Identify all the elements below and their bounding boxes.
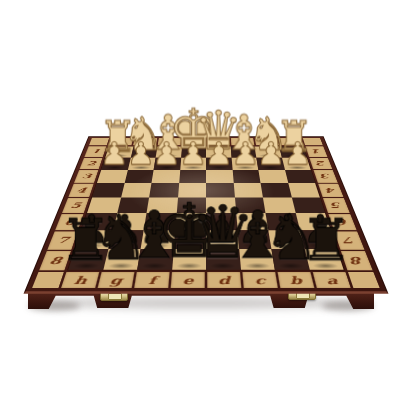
square-e3	[179, 170, 206, 183]
corner-plate	[348, 272, 380, 288]
square-f3	[151, 170, 179, 183]
file-label-h: h	[61, 272, 99, 288]
rank-label-2: 2	[309, 158, 332, 170]
rank-label-2: 2	[80, 158, 103, 170]
square-g4	[121, 183, 152, 197]
square-a3	[285, 170, 316, 183]
piece-black-rook: ♜	[300, 211, 352, 269]
square-d2: ♟	[206, 158, 232, 170]
square-a4	[288, 183, 320, 197]
file-label-g: g	[98, 272, 135, 288]
chessboard: hgfedcba hgfedcba 12345678 12345678 ♜♞♝♚…	[23, 136, 388, 293]
file-label-c: c	[242, 272, 277, 288]
board-perspective-wrapper: hgfedcba hgfedcba 12345678 12345678 ♜♞♝♚…	[63, 48, 349, 348]
file-label-d: d	[207, 272, 241, 288]
file-labels-near: hgfedcba	[61, 272, 351, 288]
square-e2: ♟	[180, 158, 206, 170]
square-c2: ♟	[231, 158, 258, 170]
square-b2: ♟	[256, 158, 284, 170]
rank-label-3: 3	[74, 170, 98, 183]
square-g2: ♟	[127, 158, 155, 170]
file-label-b: b	[278, 272, 315, 288]
square-c3	[232, 170, 260, 183]
square-d3	[206, 170, 233, 183]
square-a2: ♟	[282, 158, 311, 170]
rank-label-4: 4	[318, 183, 344, 197]
corner-plate	[32, 272, 64, 288]
file-label-a: a	[313, 272, 351, 288]
square-h4	[92, 183, 124, 197]
square-b3	[258, 170, 287, 183]
rank-label-3: 3	[314, 170, 338, 183]
product-photo-stage: hgfedcba hgfedcba 12345678 12345678 ♜♞♝♚…	[0, 0, 400, 400]
square-b4	[261, 183, 292, 197]
rank-label-4: 4	[68, 183, 94, 197]
square-g3	[124, 170, 153, 183]
square-f2: ♟	[154, 158, 181, 170]
file-label-e: e	[171, 272, 205, 288]
squares-grid: ♜♞♝♚♛♝♞♜♟♟♟♟♟♟♟♟♟♟♟♟♟♟♟♟♜♞♝♚♛♝♞♜	[67, 146, 345, 270]
square-h3	[97, 170, 128, 183]
file-label-f: f	[134, 272, 169, 288]
square-a8: ♜	[304, 249, 344, 270]
